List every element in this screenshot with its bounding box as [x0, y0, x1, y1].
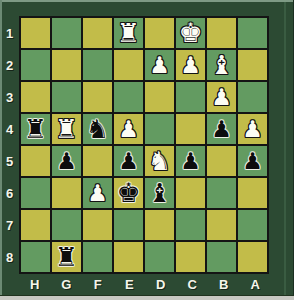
square-g3[interactable]	[52, 82, 81, 112]
square-h4[interactable]: ♜	[21, 114, 50, 144]
square-g6[interactable]	[52, 178, 81, 208]
square-h1[interactable]	[21, 18, 50, 48]
white-knight-piece[interactable]: ♞	[148, 146, 171, 176]
window-edge-right	[293, 0, 294, 295]
square-e7[interactable]	[114, 210, 143, 240]
board[interactable]: ♜♚♟♟♝♟♜♜♞♟♟♟♟♟♞♟♟♟♚♝♜	[19, 16, 269, 274]
square-h3[interactable]	[21, 82, 50, 112]
black-pawn-piece[interactable]: ♟	[242, 146, 263, 176]
square-d6[interactable]: ♝	[145, 178, 174, 208]
square-c1[interactable]: ♚	[176, 18, 205, 48]
square-d1[interactable]	[145, 18, 174, 48]
square-h5[interactable]	[21, 146, 50, 176]
black-pawn-piece[interactable]: ♟	[211, 114, 232, 144]
square-b4[interactable]: ♟	[207, 114, 236, 144]
square-e3[interactable]	[114, 82, 143, 112]
black-rook-piece[interactable]: ♜	[24, 114, 47, 144]
square-a3[interactable]	[238, 82, 267, 112]
square-a8[interactable]	[238, 242, 267, 272]
white-pawn-piece[interactable]: ♟	[180, 50, 201, 80]
file-label-h: H	[19, 276, 51, 294]
square-b3[interactable]: ♟	[207, 82, 236, 112]
rank-label-1: 1	[0, 18, 19, 50]
black-pawn-piece[interactable]: ♟	[118, 146, 139, 176]
square-c2[interactable]: ♟	[176, 50, 205, 80]
square-e6[interactable]: ♚	[114, 178, 143, 208]
square-a7[interactable]	[238, 210, 267, 240]
file-label-e: E	[114, 276, 146, 294]
square-c6[interactable]	[176, 178, 205, 208]
square-f1[interactable]	[83, 18, 112, 48]
frame-sheen	[284, 2, 286, 295]
square-d2[interactable]: ♟	[145, 50, 174, 80]
rank-label-8: 8	[0, 242, 19, 274]
white-pawn-piece[interactable]: ♟	[242, 114, 263, 144]
rank-label-2: 2	[0, 50, 19, 82]
white-king-piece[interactable]: ♚	[178, 18, 202, 48]
square-g1[interactable]	[52, 18, 81, 48]
square-e5[interactable]: ♟	[114, 146, 143, 176]
square-b1[interactable]	[207, 18, 236, 48]
square-g8[interactable]: ♜	[52, 242, 81, 272]
square-b2[interactable]: ♝	[207, 50, 236, 80]
white-pawn-piece[interactable]: ♟	[87, 178, 108, 208]
black-rook-piece[interactable]: ♜	[55, 242, 78, 272]
square-f4[interactable]: ♞	[83, 114, 112, 144]
square-b5[interactable]	[207, 146, 236, 176]
square-h2[interactable]	[21, 50, 50, 80]
window-bevel-top	[0, 0, 294, 2]
black-king-piece[interactable]: ♚	[116, 178, 140, 208]
square-f2[interactable]	[83, 50, 112, 80]
square-d3[interactable]	[145, 82, 174, 112]
square-h6[interactable]	[21, 178, 50, 208]
rank-label-4: 4	[0, 114, 19, 146]
file-label-d: D	[145, 276, 177, 294]
rank-label-3: 3	[0, 82, 19, 114]
square-d5[interactable]: ♞	[145, 146, 174, 176]
white-pawn-piece[interactable]: ♟	[211, 82, 232, 112]
square-e1[interactable]: ♜	[114, 18, 143, 48]
chessboard-window: 12345678 ♜♚♟♟♝♟♜♜♞♟♟♟♟♟♞♟♟♟♚♝♜ HGFEDCBA	[0, 0, 294, 300]
square-f7[interactable]	[83, 210, 112, 240]
white-pawn-piece[interactable]: ♟	[149, 50, 170, 80]
square-c3[interactable]	[176, 82, 205, 112]
square-c8[interactable]	[176, 242, 205, 272]
file-label-f: F	[82, 276, 114, 294]
window-bottom-strip	[0, 295, 294, 300]
square-f5[interactable]	[83, 146, 112, 176]
black-bishop-piece[interactable]: ♝	[148, 178, 171, 208]
square-c7[interactable]	[176, 210, 205, 240]
square-d7[interactable]	[145, 210, 174, 240]
square-a4[interactable]: ♟	[238, 114, 267, 144]
file-labels: HGFEDCBA	[19, 276, 271, 294]
square-b7[interactable]	[207, 210, 236, 240]
square-f8[interactable]	[83, 242, 112, 272]
square-h7[interactable]	[21, 210, 50, 240]
square-g4[interactable]: ♜	[52, 114, 81, 144]
square-a2[interactable]	[238, 50, 267, 80]
square-d4[interactable]	[145, 114, 174, 144]
square-a6[interactable]	[238, 178, 267, 208]
rank-label-6: 6	[0, 178, 19, 210]
file-label-a: A	[240, 276, 272, 294]
square-b6[interactable]	[207, 178, 236, 208]
rank-labels: 12345678	[0, 18, 19, 274]
white-pawn-piece[interactable]: ♟	[118, 114, 139, 144]
black-pawn-piece[interactable]: ♟	[180, 146, 201, 176]
square-g7[interactable]	[52, 210, 81, 240]
square-e2[interactable]	[114, 50, 143, 80]
square-f3[interactable]	[83, 82, 112, 112]
square-e4[interactable]: ♟	[114, 114, 143, 144]
white-bishop-piece[interactable]: ♝	[210, 50, 233, 80]
file-label-g: G	[51, 276, 83, 294]
square-b8[interactable]	[207, 242, 236, 272]
square-a5[interactable]: ♟	[238, 146, 267, 176]
square-c4[interactable]	[176, 114, 205, 144]
square-d8[interactable]	[145, 242, 174, 272]
black-knight-piece[interactable]: ♞	[86, 114, 109, 144]
rank-label-5: 5	[0, 146, 19, 178]
square-f6[interactable]: ♟	[83, 178, 112, 208]
rank-label-7: 7	[0, 210, 19, 242]
square-c5[interactable]: ♟	[176, 146, 205, 176]
file-label-b: B	[208, 276, 240, 294]
file-label-c: C	[177, 276, 209, 294]
square-a1[interactable]	[238, 18, 267, 48]
square-h8[interactable]	[21, 242, 50, 272]
square-g5[interactable]: ♟	[52, 146, 81, 176]
white-rook-piece[interactable]: ♜	[55, 114, 78, 144]
black-pawn-piece[interactable]: ♟	[56, 146, 77, 176]
square-g2[interactable]	[52, 50, 81, 80]
square-e8[interactable]	[114, 242, 143, 272]
white-rook-piece[interactable]: ♜	[117, 18, 140, 48]
